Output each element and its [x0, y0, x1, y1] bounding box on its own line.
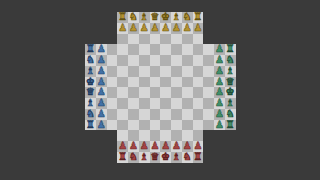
piece-yellow-bishop: ♝ — [172, 12, 181, 22]
piece-blue-pawn: ♟ — [97, 109, 106, 119]
piece-yellow-rook: ♜ — [118, 12, 127, 22]
square-g10[interactable] — [150, 55, 161, 66]
square-f8[interactable] — [139, 77, 150, 88]
piece-yellow-pawn: ♟ — [183, 23, 192, 33]
square-g4[interactable] — [150, 120, 161, 131]
square-m8[interactable]: ♟ — [214, 77, 225, 88]
square-e3[interactable] — [128, 130, 139, 141]
piece-red-pawn: ♟ — [118, 141, 127, 151]
square-d13[interactable]: ♟ — [117, 23, 128, 34]
square-d1[interactable]: ♜ — [117, 152, 128, 163]
piece-blue-pawn: ♟ — [97, 66, 106, 76]
piece-yellow-bishop: ♝ — [140, 12, 149, 22]
square-e4[interactable] — [128, 120, 139, 131]
square-a8[interactable]: ♚ — [85, 77, 96, 88]
square-m11[interactable]: ♟ — [214, 44, 225, 55]
square-n5[interactable]: ♞ — [225, 109, 236, 120]
square-j5[interactable] — [182, 109, 193, 120]
board-void-corner — [203, 34, 214, 45]
square-k9[interactable] — [193, 66, 204, 77]
piece-blue-knight: ♞ — [86, 109, 95, 119]
piece-yellow-pawn: ♟ — [150, 23, 159, 33]
square-f4[interactable] — [139, 120, 150, 131]
square-f11[interactable] — [139, 44, 150, 55]
square-h11[interactable] — [160, 44, 171, 55]
square-a4[interactable]: ♜ — [85, 120, 96, 131]
square-i12[interactable] — [171, 34, 182, 45]
square-k8[interactable] — [193, 77, 204, 88]
board-void-corner — [107, 12, 118, 23]
board-void-corner — [225, 152, 236, 163]
square-b4[interactable]: ♟ — [96, 120, 107, 131]
piece-red-pawn: ♟ — [129, 141, 138, 151]
piece-yellow-pawn: ♟ — [161, 23, 170, 33]
square-a11[interactable]: ♜ — [85, 44, 96, 55]
piece-red-knight: ♞ — [129, 152, 138, 162]
board-void-corner — [214, 141, 225, 152]
square-d12[interactable] — [117, 34, 128, 45]
square-g11[interactable] — [150, 44, 161, 55]
square-a10[interactable]: ♞ — [85, 55, 96, 66]
square-l9[interactable] — [203, 66, 214, 77]
board-void-corner — [107, 130, 118, 141]
piece-blue-rook: ♜ — [86, 120, 95, 130]
piece-blue-pawn: ♟ — [97, 120, 106, 130]
piece-red-pawn: ♟ — [161, 141, 170, 151]
piece-green-pawn: ♟ — [215, 120, 224, 130]
piece-green-bishop: ♝ — [226, 66, 235, 76]
board-void-corner — [107, 23, 118, 34]
board-void-corner — [96, 141, 107, 152]
piece-red-rook: ♜ — [193, 152, 202, 162]
piece-blue-bishop: ♝ — [86, 66, 95, 76]
board-void-corner — [225, 23, 236, 34]
board-void-corner — [203, 141, 214, 152]
board-void-corner — [85, 34, 96, 45]
square-f7[interactable] — [139, 87, 150, 98]
piece-blue-king: ♚ — [86, 77, 95, 87]
square-d14[interactable]: ♜ — [117, 12, 128, 23]
square-f5[interactable] — [139, 109, 150, 120]
square-h3[interactable] — [160, 130, 171, 141]
square-j1[interactable]: ♞ — [182, 152, 193, 163]
square-e14[interactable]: ♞ — [128, 12, 139, 23]
square-h10[interactable] — [160, 55, 171, 66]
piece-green-pawn: ♟ — [215, 87, 224, 97]
square-h13[interactable]: ♟ — [160, 23, 171, 34]
square-i1[interactable]: ♝ — [171, 152, 182, 163]
square-a5[interactable]: ♞ — [85, 109, 96, 120]
square-n11[interactable]: ♜ — [225, 44, 236, 55]
piece-green-pawn: ♟ — [215, 66, 224, 76]
piece-blue-knight: ♞ — [86, 55, 95, 65]
board-void-corner — [203, 23, 214, 34]
square-k12[interactable] — [193, 34, 204, 45]
square-b11[interactable]: ♟ — [96, 44, 107, 55]
square-l7[interactable] — [203, 87, 214, 98]
board-void-corner — [85, 152, 96, 163]
board-void-corner — [96, 152, 107, 163]
square-g8[interactable] — [150, 77, 161, 88]
square-l5[interactable] — [203, 109, 214, 120]
piece-red-pawn: ♟ — [150, 141, 159, 151]
square-k13[interactable]: ♟ — [193, 23, 204, 34]
square-b9[interactable]: ♟ — [96, 66, 107, 77]
piece-blue-pawn: ♟ — [97, 55, 106, 65]
square-d11[interactable] — [117, 44, 128, 55]
square-m6[interactable]: ♟ — [214, 98, 225, 109]
square-d4[interactable] — [117, 120, 128, 131]
square-e11[interactable] — [128, 44, 139, 55]
square-i11[interactable] — [171, 44, 182, 55]
board-void-corner — [203, 12, 214, 23]
app-background: ♜♞♝♛♚♝♞♜♟♟♟♟♟♟♟♟♜♟♟♜♞♟♟♞♝♟♟♝♚♟♟♛♛♟♟♚♝♟♟♝… — [0, 0, 320, 180]
square-k5[interactable] — [193, 109, 204, 120]
square-c6[interactable] — [107, 98, 118, 109]
square-h1[interactable]: ♚ — [160, 152, 171, 163]
square-a9[interactable]: ♝ — [85, 66, 96, 77]
square-b5[interactable]: ♟ — [96, 109, 107, 120]
piece-red-bishop: ♝ — [172, 152, 181, 162]
square-g7[interactable] — [150, 87, 161, 98]
square-h5[interactable] — [160, 109, 171, 120]
board-void-corner — [214, 152, 225, 163]
square-k11[interactable] — [193, 44, 204, 55]
square-l4[interactable] — [203, 120, 214, 131]
piece-blue-pawn: ♟ — [97, 77, 106, 87]
piece-yellow-pawn: ♟ — [172, 23, 181, 33]
square-j8[interactable] — [182, 77, 193, 88]
square-g12[interactable] — [150, 34, 161, 45]
square-g13[interactable]: ♟ — [150, 23, 161, 34]
piece-blue-pawn: ♟ — [97, 44, 106, 54]
square-f6[interactable] — [139, 98, 150, 109]
square-n10[interactable]: ♞ — [225, 55, 236, 66]
square-h2[interactable]: ♟ — [160, 141, 171, 152]
square-i4[interactable] — [171, 120, 182, 131]
square-f12[interactable] — [139, 34, 150, 45]
piece-green-bishop: ♝ — [226, 98, 235, 108]
square-j11[interactable] — [182, 44, 193, 55]
square-c10[interactable] — [107, 55, 118, 66]
square-m9[interactable]: ♟ — [214, 66, 225, 77]
square-i10[interactable] — [171, 55, 182, 66]
square-h7[interactable] — [160, 87, 171, 98]
board-void-corner — [96, 130, 107, 141]
square-e1[interactable]: ♞ — [128, 152, 139, 163]
square-f3[interactable] — [139, 130, 150, 141]
square-i13[interactable]: ♟ — [171, 23, 182, 34]
square-f2[interactable]: ♟ — [139, 141, 150, 152]
square-e10[interactable] — [128, 55, 139, 66]
square-n8[interactable]: ♛ — [225, 77, 236, 88]
board-void-corner — [225, 141, 236, 152]
piece-yellow-pawn: ♟ — [129, 23, 138, 33]
piece-red-pawn: ♟ — [140, 141, 149, 151]
piece-green-pawn: ♟ — [215, 98, 224, 108]
square-j2[interactable]: ♟ — [182, 141, 193, 152]
square-i7[interactable] — [171, 87, 182, 98]
square-b8[interactable]: ♟ — [96, 77, 107, 88]
square-h9[interactable] — [160, 66, 171, 77]
square-k3[interactable] — [193, 130, 204, 141]
four-player-chess-board: ♜♞♝♛♚♝♞♜♟♟♟♟♟♟♟♟♜♟♟♜♞♟♟♞♝♟♟♝♚♟♟♛♛♟♟♚♝♟♟♝… — [85, 12, 236, 163]
piece-red-bishop: ♝ — [140, 152, 149, 162]
piece-red-pawn: ♟ — [193, 141, 202, 151]
square-g1[interactable]: ♛ — [150, 152, 161, 163]
square-a7[interactable]: ♛ — [85, 87, 96, 98]
square-h14[interactable]: ♚ — [160, 12, 171, 23]
square-i8[interactable] — [171, 77, 182, 88]
square-j9[interactable] — [182, 66, 193, 77]
square-d8[interactable] — [117, 77, 128, 88]
square-e8[interactable] — [128, 77, 139, 88]
square-h6[interactable] — [160, 98, 171, 109]
square-l10[interactable] — [203, 55, 214, 66]
board-void-corner — [214, 12, 225, 23]
square-n9[interactable]: ♝ — [225, 66, 236, 77]
square-g14[interactable]: ♛ — [150, 12, 161, 23]
piece-yellow-pawn: ♟ — [140, 23, 149, 33]
piece-green-queen: ♛ — [226, 77, 235, 87]
square-d7[interactable] — [117, 87, 128, 98]
square-j13[interactable]: ♟ — [182, 23, 193, 34]
square-n4[interactable]: ♜ — [225, 120, 236, 131]
piece-yellow-king: ♚ — [161, 12, 170, 22]
square-e9[interactable] — [128, 66, 139, 77]
square-g3[interactable] — [150, 130, 161, 141]
square-c8[interactable] — [107, 77, 118, 88]
piece-yellow-pawn: ♟ — [193, 23, 202, 33]
square-j14[interactable]: ♞ — [182, 12, 193, 23]
square-m10[interactable]: ♟ — [214, 55, 225, 66]
piece-green-rook: ♜ — [226, 44, 235, 54]
square-i5[interactable] — [171, 109, 182, 120]
square-h8[interactable] — [160, 77, 171, 88]
piece-yellow-pawn: ♟ — [118, 23, 127, 33]
square-g5[interactable] — [150, 109, 161, 120]
square-m4[interactable]: ♟ — [214, 120, 225, 131]
square-b10[interactable]: ♟ — [96, 55, 107, 66]
square-e12[interactable] — [128, 34, 139, 45]
square-j6[interactable] — [182, 98, 193, 109]
square-j3[interactable] — [182, 130, 193, 141]
piece-green-pawn: ♟ — [215, 109, 224, 119]
piece-red-pawn: ♟ — [183, 141, 192, 151]
board-void-corner — [203, 152, 214, 163]
piece-green-king: ♚ — [226, 87, 235, 97]
board-void-corner — [85, 23, 96, 34]
square-d5[interactable] — [117, 109, 128, 120]
square-e7[interactable] — [128, 87, 139, 98]
square-e5[interactable] — [128, 109, 139, 120]
square-i14[interactable]: ♝ — [171, 12, 182, 23]
board-void-corner — [85, 12, 96, 23]
square-h4[interactable] — [160, 120, 171, 131]
piece-red-rook: ♜ — [118, 152, 127, 162]
board-void-corner — [225, 12, 236, 23]
square-b7[interactable]: ♟ — [96, 87, 107, 98]
square-i6[interactable] — [171, 98, 182, 109]
board-void-corner — [225, 34, 236, 45]
square-e13[interactable]: ♟ — [128, 23, 139, 34]
square-k1[interactable]: ♜ — [193, 152, 204, 163]
square-j12[interactable] — [182, 34, 193, 45]
square-l11[interactable] — [203, 44, 214, 55]
piece-red-king: ♚ — [161, 152, 170, 162]
square-c9[interactable] — [107, 66, 118, 77]
square-d9[interactable] — [117, 66, 128, 77]
piece-red-knight: ♞ — [183, 152, 192, 162]
piece-green-knight: ♞ — [226, 55, 235, 65]
piece-blue-pawn: ♟ — [97, 87, 106, 97]
square-j4[interactable] — [182, 120, 193, 131]
board-void-corner — [85, 141, 96, 152]
piece-blue-queen: ♛ — [86, 87, 95, 97]
board-void-corner — [96, 23, 107, 34]
square-m5[interactable]: ♟ — [214, 109, 225, 120]
piece-yellow-rook: ♜ — [193, 12, 202, 22]
square-d6[interactable] — [117, 98, 128, 109]
square-n7[interactable]: ♚ — [225, 87, 236, 98]
square-f13[interactable]: ♟ — [139, 23, 150, 34]
square-f9[interactable] — [139, 66, 150, 77]
square-l6[interactable] — [203, 98, 214, 109]
square-k4[interactable] — [193, 120, 204, 131]
piece-green-knight: ♞ — [226, 109, 235, 119]
square-k10[interactable] — [193, 55, 204, 66]
piece-green-rook: ♜ — [226, 120, 235, 130]
board-void-corner — [107, 34, 118, 45]
square-m7[interactable]: ♟ — [214, 87, 225, 98]
square-e6[interactable] — [128, 98, 139, 109]
piece-yellow-queen: ♛ — [150, 12, 159, 22]
square-b6[interactable]: ♟ — [96, 98, 107, 109]
square-l8[interactable] — [203, 77, 214, 88]
board-void-corner — [107, 152, 118, 163]
piece-green-pawn: ♟ — [215, 44, 224, 54]
square-k14[interactable]: ♜ — [193, 12, 204, 23]
square-k7[interactable] — [193, 87, 204, 98]
square-j7[interactable] — [182, 87, 193, 98]
board-void-corner — [107, 141, 118, 152]
board-void-corner — [214, 34, 225, 45]
piece-red-queen: ♛ — [150, 152, 159, 162]
square-k2[interactable]: ♟ — [193, 141, 204, 152]
square-f14[interactable]: ♝ — [139, 12, 150, 23]
square-i2[interactable]: ♟ — [171, 141, 182, 152]
piece-blue-bishop: ♝ — [86, 98, 95, 108]
square-i3[interactable] — [171, 130, 182, 141]
square-j10[interactable] — [182, 55, 193, 66]
board-void-corner — [225, 130, 236, 141]
square-a6[interactable]: ♝ — [85, 98, 96, 109]
square-c4[interactable] — [107, 120, 118, 131]
piece-yellow-knight: ♞ — [129, 12, 138, 22]
piece-blue-rook: ♜ — [86, 44, 95, 54]
square-c5[interactable] — [107, 109, 118, 120]
square-d10[interactable] — [117, 55, 128, 66]
piece-green-pawn: ♟ — [215, 77, 224, 87]
square-d3[interactable] — [117, 130, 128, 141]
square-f10[interactable] — [139, 55, 150, 66]
square-i9[interactable] — [171, 66, 182, 77]
square-c11[interactable] — [107, 44, 118, 55]
square-e2[interactable]: ♟ — [128, 141, 139, 152]
board-void-corner — [96, 34, 107, 45]
square-d2[interactable]: ♟ — [117, 141, 128, 152]
square-f1[interactable]: ♝ — [139, 152, 150, 163]
piece-yellow-knight: ♞ — [183, 12, 192, 22]
board-void-corner — [85, 130, 96, 141]
piece-green-pawn: ♟ — [215, 55, 224, 65]
board-void-corner — [96, 12, 107, 23]
square-k6[interactable] — [193, 98, 204, 109]
board-void-corner — [214, 130, 225, 141]
square-n6[interactable]: ♝ — [225, 98, 236, 109]
square-c7[interactable] — [107, 87, 118, 98]
board-void-corner — [203, 130, 214, 141]
square-h12[interactable] — [160, 34, 171, 45]
square-g6[interactable] — [150, 98, 161, 109]
square-g2[interactable]: ♟ — [150, 141, 161, 152]
square-g9[interactable] — [150, 66, 161, 77]
piece-red-pawn: ♟ — [172, 141, 181, 151]
board-void-corner — [214, 23, 225, 34]
piece-blue-pawn: ♟ — [97, 98, 106, 108]
